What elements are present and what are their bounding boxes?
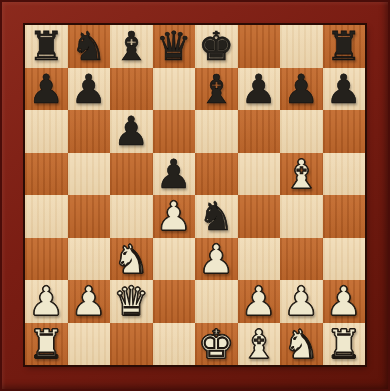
white-queen[interactable]: ♛ <box>110 280 153 323</box>
square-b3[interactable] <box>68 238 111 281</box>
board-frame: ♜♞♝♛♚♜♟♟♝♟♟♟♟♟♝♟♞♞♟♟♟♛♟♟♟♜♚♝♞♜ <box>0 0 390 391</box>
black-pawn[interactable]: ♟ <box>110 110 153 153</box>
square-h3[interactable] <box>323 238 366 281</box>
square-f4[interactable] <box>238 195 281 238</box>
square-g8[interactable] <box>280 25 323 68</box>
white-bishop[interactable]: ♝ <box>238 323 281 366</box>
square-d2[interactable] <box>153 280 196 323</box>
square-h7[interactable]: ♟ <box>323 68 366 111</box>
white-pawn[interactable]: ♟ <box>195 238 238 281</box>
square-f6[interactable] <box>238 110 281 153</box>
black-knight[interactable]: ♞ <box>195 195 238 238</box>
square-c2[interactable]: ♛ <box>110 280 153 323</box>
square-a5[interactable] <box>25 153 68 196</box>
square-b4[interactable] <box>68 195 111 238</box>
square-b5[interactable] <box>68 153 111 196</box>
square-a2[interactable]: ♟ <box>25 280 68 323</box>
square-c7[interactable] <box>110 68 153 111</box>
square-e3[interactable]: ♟ <box>195 238 238 281</box>
square-b7[interactable]: ♟ <box>68 68 111 111</box>
square-d6[interactable] <box>153 110 196 153</box>
black-pawn[interactable]: ♟ <box>68 68 111 111</box>
black-pawn[interactable]: ♟ <box>280 68 323 111</box>
square-b2[interactable]: ♟ <box>68 280 111 323</box>
square-f8[interactable] <box>238 25 281 68</box>
square-d5[interactable]: ♟ <box>153 153 196 196</box>
square-f5[interactable] <box>238 153 281 196</box>
square-a4[interactable] <box>25 195 68 238</box>
square-c3[interactable]: ♞ <box>110 238 153 281</box>
square-b1[interactable] <box>68 323 111 366</box>
square-h6[interactable] <box>323 110 366 153</box>
square-f1[interactable]: ♝ <box>238 323 281 366</box>
square-c5[interactable] <box>110 153 153 196</box>
square-c8[interactable]: ♝ <box>110 25 153 68</box>
square-d7[interactable] <box>153 68 196 111</box>
white-pawn[interactable]: ♟ <box>238 280 281 323</box>
square-e2[interactable] <box>195 280 238 323</box>
square-e8[interactable]: ♚ <box>195 25 238 68</box>
square-c4[interactable] <box>110 195 153 238</box>
white-pawn[interactable]: ♟ <box>25 280 68 323</box>
white-knight[interactable]: ♞ <box>110 238 153 281</box>
square-a8[interactable]: ♜ <box>25 25 68 68</box>
square-a3[interactable] <box>25 238 68 281</box>
square-g1[interactable]: ♞ <box>280 323 323 366</box>
white-pawn[interactable]: ♟ <box>68 280 111 323</box>
square-e1[interactable]: ♚ <box>195 323 238 366</box>
square-h1[interactable]: ♜ <box>323 323 366 366</box>
square-g4[interactable] <box>280 195 323 238</box>
square-e5[interactable] <box>195 153 238 196</box>
black-pawn[interactable]: ♟ <box>238 68 281 111</box>
black-pawn[interactable]: ♟ <box>25 68 68 111</box>
square-e6[interactable] <box>195 110 238 153</box>
black-king[interactable]: ♚ <box>195 25 238 68</box>
square-g6[interactable] <box>280 110 323 153</box>
square-f3[interactable] <box>238 238 281 281</box>
square-a1[interactable]: ♜ <box>25 323 68 366</box>
black-knight[interactable]: ♞ <box>68 25 111 68</box>
black-bishop[interactable]: ♝ <box>110 25 153 68</box>
square-f7[interactable]: ♟ <box>238 68 281 111</box>
square-b6[interactable] <box>68 110 111 153</box>
square-c1[interactable] <box>110 323 153 366</box>
white-king[interactable]: ♚ <box>195 323 238 366</box>
square-a6[interactable] <box>25 110 68 153</box>
black-pawn[interactable]: ♟ <box>153 153 196 196</box>
square-f2[interactable]: ♟ <box>238 280 281 323</box>
square-c6[interactable]: ♟ <box>110 110 153 153</box>
white-pawn[interactable]: ♟ <box>280 280 323 323</box>
black-rook[interactable]: ♜ <box>25 25 68 68</box>
square-d3[interactable] <box>153 238 196 281</box>
square-h2[interactable]: ♟ <box>323 280 366 323</box>
square-d1[interactable] <box>153 323 196 366</box>
white-pawn[interactable]: ♟ <box>323 280 366 323</box>
black-pawn[interactable]: ♟ <box>323 68 366 111</box>
white-rook[interactable]: ♜ <box>323 323 366 366</box>
square-g2[interactable]: ♟ <box>280 280 323 323</box>
square-e7[interactable]: ♝ <box>195 68 238 111</box>
square-h4[interactable] <box>323 195 366 238</box>
square-h8[interactable]: ♜ <box>323 25 366 68</box>
square-d4[interactable]: ♟ <box>153 195 196 238</box>
white-knight[interactable]: ♞ <box>280 323 323 366</box>
white-bishop[interactable]: ♝ <box>280 153 323 196</box>
square-d8[interactable]: ♛ <box>153 25 196 68</box>
black-bishop[interactable]: ♝ <box>195 68 238 111</box>
white-pawn[interactable]: ♟ <box>153 195 196 238</box>
square-g7[interactable]: ♟ <box>280 68 323 111</box>
square-a7[interactable]: ♟ <box>25 68 68 111</box>
square-e4[interactable]: ♞ <box>195 195 238 238</box>
white-rook[interactable]: ♜ <box>25 323 68 366</box>
chess-board[interactable]: ♜♞♝♛♚♜♟♟♝♟♟♟♟♟♝♟♞♞♟♟♟♛♟♟♟♜♚♝♞♜ <box>25 25 365 365</box>
square-b8[interactable]: ♞ <box>68 25 111 68</box>
black-queen[interactable]: ♛ <box>153 25 196 68</box>
square-h5[interactable] <box>323 153 366 196</box>
black-rook[interactable]: ♜ <box>323 25 366 68</box>
square-g5[interactable]: ♝ <box>280 153 323 196</box>
square-g3[interactable] <box>280 238 323 281</box>
